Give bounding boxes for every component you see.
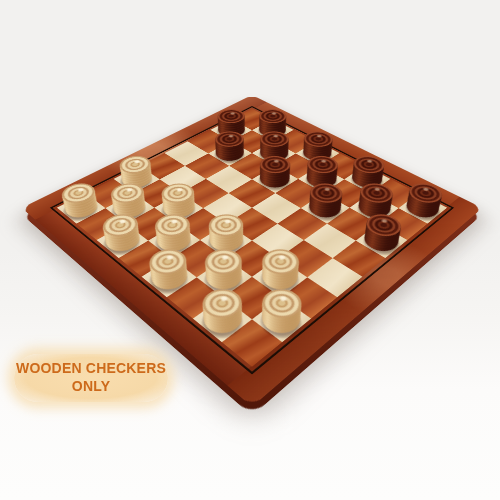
label-badge: WOODEN CHECKERS ONLY <box>14 354 168 402</box>
badge-text-line1: WOODEN CHECKERS <box>16 360 166 378</box>
badge-text-line2: ONLY <box>16 378 166 396</box>
board-scene <box>0 0 500 500</box>
photo-background: WOODEN CHECKERS ONLY <box>0 0 500 500</box>
